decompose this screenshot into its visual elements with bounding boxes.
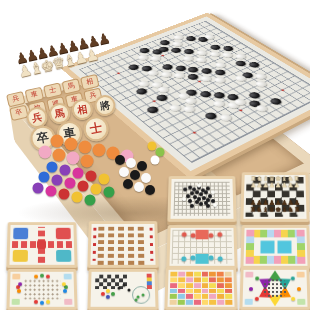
mini-go-grid (174, 182, 231, 216)
thumbnail-combo-board (87, 269, 158, 310)
army-tile-row (98, 254, 149, 258)
thumbnail-flying-chess-board (6, 222, 78, 271)
thumbnail-chinese-checkers-star (239, 267, 310, 310)
mini-checkers-patch (95, 275, 127, 289)
black-stone (158, 39, 171, 46)
black-stone (221, 45, 235, 52)
white-stone (221, 52, 235, 59)
white-stone (194, 56, 208, 63)
army-left-labels (93, 228, 97, 261)
white-stone (172, 72, 186, 80)
black-stone (182, 48, 196, 55)
mini-chess-far-pawn-rank: ♟♟♟♟♟♟♟♟ (244, 183, 306, 190)
product-photo-stage: ♟♟♟♟♟♟♟♟♟ ♟♝♚♛♝♟♟ 兵車士馬相卒炮將車兵 兵馬相將 卒車士 ♜♞… (0, 0, 310, 310)
thumbnail-square-chinese-checkers (6, 269, 77, 310)
white-stone (254, 72, 269, 80)
thumbnail-xiangqi-board (166, 225, 237, 272)
xiangqi-disc: 車 (55, 119, 84, 148)
black-stone (247, 91, 262, 100)
corner-illustration (64, 299, 72, 305)
ludo2-left-track (246, 230, 255, 264)
xiangqi-disc: 卒 (28, 124, 57, 153)
corner-illustration (12, 299, 20, 305)
army-tile-row (98, 233, 148, 237)
star-center-holes (263, 278, 287, 297)
thumbnail-chess-board: ♜♞♝♛♚♝♞♜ ♟♟♟♟♟♟♟♟ ♟♟♟♟♟♟♟♟ ♜♞♝♛♚♝♞♜ (240, 172, 310, 225)
ludo2-center-squares (260, 240, 291, 253)
army-tile-row (98, 261, 149, 265)
white-stone (172, 34, 185, 41)
army-right-labels (150, 228, 154, 261)
black-stone (209, 44, 223, 51)
white-stone (181, 55, 195, 62)
white-stone (195, 49, 209, 56)
corner-illustration (64, 274, 72, 280)
ludo-center (37, 240, 46, 249)
white-stone (254, 104, 270, 113)
mini-ladder-strip (147, 274, 152, 289)
thumbnail-snakes-and-ladders (164, 267, 237, 310)
white-stone (214, 61, 228, 69)
white-stone (234, 53, 248, 60)
ludo2-right-track (297, 230, 306, 264)
army-tile-row (98, 247, 148, 251)
army-tile-row (98, 240, 148, 244)
xiangqi-red-palace (196, 230, 209, 240)
black-stone (269, 97, 284, 106)
white-stone (171, 40, 184, 47)
black-stone (234, 60, 248, 68)
black-stone (184, 35, 197, 42)
xiangqi-disc: 士 (82, 114, 111, 143)
corner-illustration (297, 299, 305, 305)
ludo-corner-blue (13, 228, 28, 239)
corner-illustration (12, 274, 20, 280)
white-stone (208, 50, 222, 57)
white-stone (254, 80, 269, 88)
corner-illustration (245, 299, 253, 305)
ludo-corner-teal (56, 250, 71, 262)
thumbnail-gomoku-go-board (167, 176, 237, 225)
thumbnail-military-chess-board (87, 221, 159, 271)
corner-illustration (245, 272, 253, 278)
black-stone (247, 61, 261, 69)
army-tile-row (98, 227, 147, 231)
corner-illustration (297, 272, 305, 278)
black-stone (213, 68, 227, 76)
xiangqi-cyan-palace (195, 254, 208, 264)
ludo-corner-yellow (13, 250, 28, 262)
snakes-mosaic (170, 272, 233, 305)
black-stone (170, 47, 184, 54)
thumbnail-ludo-variant-board (240, 225, 310, 272)
peg-hole-grid (23, 279, 60, 299)
ludo-corner-red (56, 228, 71, 239)
mini-chess-near-back-rank: ♜♞♝♛♚♝♞♜ (244, 207, 307, 214)
